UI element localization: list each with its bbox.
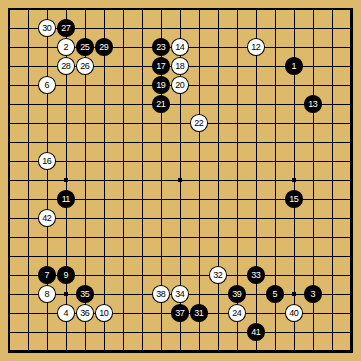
stone-white-22[interactable]: 22: [190, 114, 209, 132]
stone-black-35[interactable]: 35: [76, 285, 95, 303]
stone-white-10[interactable]: 10: [95, 304, 114, 322]
stone-black-39[interactable]: 39: [228, 285, 247, 303]
stone-black-27[interactable]: 27: [57, 19, 76, 37]
stone-white-28[interactable]: 28: [57, 57, 76, 75]
stone-black-11[interactable]: 11: [57, 190, 76, 208]
stone-white-36[interactable]: 36: [76, 304, 95, 322]
stone-white-16[interactable]: 16: [38, 152, 57, 170]
stone-black-33[interactable]: 33: [247, 266, 266, 284]
stone-white-8[interactable]: 8: [38, 285, 57, 303]
stone-black-21[interactable]: 21: [152, 95, 171, 113]
stone-white-18[interactable]: 18: [171, 57, 190, 75]
stone-black-13[interactable]: 13: [304, 95, 323, 113]
go-board[interactable]: 1234567891011121314151617181920212223242…: [0, 0, 361, 361]
stone-white-12[interactable]: 12: [247, 38, 266, 56]
stone-white-2[interactable]: 2: [57, 38, 76, 56]
stone-white-4[interactable]: 4: [57, 304, 76, 322]
stone-white-32[interactable]: 32: [209, 266, 228, 284]
stone-black-23[interactable]: 23: [152, 38, 171, 56]
stone-black-29[interactable]: 29: [95, 38, 114, 56]
stone-white-6[interactable]: 6: [38, 76, 57, 94]
stone-black-5[interactable]: 5: [266, 285, 285, 303]
stone-white-26[interactable]: 26: [76, 57, 95, 75]
stone-white-42[interactable]: 42: [38, 209, 57, 227]
stone-black-41[interactable]: 41: [247, 323, 266, 341]
stone-white-40[interactable]: 40: [285, 304, 304, 322]
stone-black-7[interactable]: 7: [38, 266, 57, 284]
stone-white-24[interactable]: 24: [228, 304, 247, 322]
stone-black-25[interactable]: 25: [76, 38, 95, 56]
stone-black-31[interactable]: 31: [190, 304, 209, 322]
stone-black-17[interactable]: 17: [152, 57, 171, 75]
stone-white-30[interactable]: 30: [38, 19, 57, 37]
stone-white-34[interactable]: 34: [171, 285, 190, 303]
stone-black-1[interactable]: 1: [285, 57, 304, 75]
stone-black-19[interactable]: 19: [152, 76, 171, 94]
stone-white-38[interactable]: 38: [152, 285, 171, 303]
stone-black-15[interactable]: 15: [285, 190, 304, 208]
stone-white-20[interactable]: 20: [171, 76, 190, 94]
stone-black-3[interactable]: 3: [304, 285, 323, 303]
stone-black-9[interactable]: 9: [57, 266, 76, 284]
stone-white-14[interactable]: 14: [171, 38, 190, 56]
stone-black-37[interactable]: 37: [171, 304, 190, 322]
stones-grid: 1234567891011121314151617181920212223242…: [0, 0, 361, 361]
